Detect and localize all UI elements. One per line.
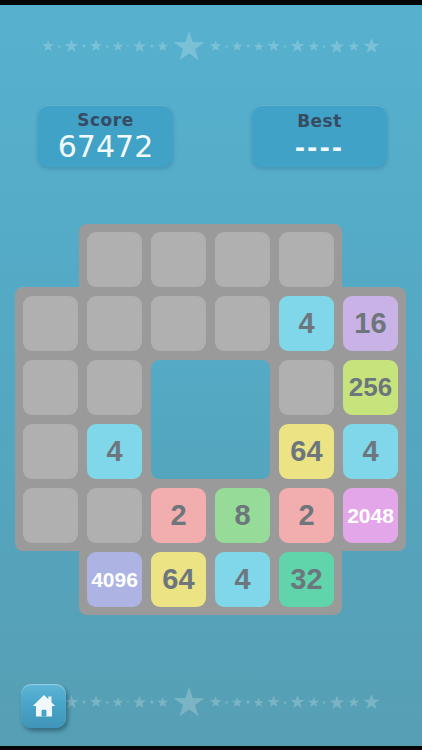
- tile-2: 2: [279, 488, 334, 543]
- star-icon: ★: [171, 682, 207, 722]
- star-icon: ★: [89, 38, 103, 54]
- home-icon: [30, 692, 58, 720]
- absent-cell: [343, 232, 398, 287]
- star-icon: ★: [245, 43, 250, 49]
- empty-cell: [87, 296, 142, 351]
- best-label: Best: [297, 111, 342, 131]
- star-icon: ★: [362, 692, 381, 713]
- tile-2048: 2048: [343, 488, 398, 543]
- star-icon: ★: [63, 37, 79, 55]
- star-icon: ★: [322, 700, 326, 705]
- tile-4: 4: [279, 296, 334, 351]
- absent-cell: [215, 360, 270, 415]
- star-icon: ★: [156, 695, 169, 709]
- star-icon: ★: [132, 38, 147, 55]
- star-icon: ★: [149, 699, 154, 705]
- tile-32: 32: [279, 552, 334, 607]
- star-icon: ★: [81, 43, 86, 49]
- star-icon: ★: [322, 44, 326, 49]
- star-icon: ★: [171, 26, 207, 66]
- tile-64: 64: [279, 424, 334, 479]
- empty-cell: [215, 296, 270, 351]
- absent-cell: [23, 232, 78, 287]
- star-icon: ★: [231, 39, 244, 53]
- star-icon: ★: [253, 40, 265, 53]
- empty-cell: [23, 360, 78, 415]
- app-screen: ★★★★★★★★★★★★★★★★★★★★★★★★★ Score 67472 Be…: [0, 0, 422, 750]
- tile-64: 64: [151, 552, 206, 607]
- star-icon: ★: [347, 695, 360, 709]
- top-star-band: ★★★★★★★★★★★★★★★★★★★★★★★★★: [0, 24, 422, 68]
- star-icon: ★: [149, 43, 154, 49]
- star-icon: ★: [328, 693, 345, 712]
- best-box: Best ----: [252, 105, 387, 167]
- empty-cell: [87, 360, 142, 415]
- score-box: Score 67472: [38, 105, 173, 167]
- tile-8: 8: [215, 488, 270, 543]
- star-icon: ★: [224, 700, 228, 705]
- bottom-status-bar: [0, 746, 422, 750]
- star-icon: ★: [224, 44, 228, 49]
- tile-2: 2: [151, 488, 206, 543]
- empty-cell: [23, 424, 78, 479]
- star-icon: ★: [112, 695, 125, 709]
- star-icon: ★: [209, 695, 222, 710]
- star-icon: ★: [347, 39, 360, 53]
- empty-cell: [151, 232, 206, 287]
- empty-cell: [87, 232, 142, 287]
- star-icon: ★: [362, 36, 381, 57]
- star-icon: ★: [245, 699, 250, 705]
- star-icon: ★: [283, 700, 287, 705]
- star-icon: ★: [283, 44, 287, 49]
- star-icon: ★: [328, 37, 345, 56]
- empty-cell: [151, 296, 206, 351]
- star-icon: ★: [231, 695, 244, 709]
- score-label: Score: [77, 110, 133, 130]
- empty-cell: [279, 360, 334, 415]
- star-icon: ★: [156, 39, 169, 53]
- empty-cell: [279, 232, 334, 287]
- star-icon: ★: [209, 39, 222, 54]
- star-icon: ★: [126, 44, 130, 48]
- star-icon: ★: [266, 38, 280, 54]
- empty-cell: [23, 296, 78, 351]
- tile-4: 4: [87, 424, 142, 479]
- tile-256: 256: [343, 360, 398, 415]
- absent-cell: [23, 552, 78, 607]
- star-icon: ★: [126, 700, 130, 704]
- empty-cell: [23, 488, 78, 543]
- star-icon: ★: [89, 694, 103, 710]
- game-board[interactable]: 41625646442822048409664432: [15, 224, 406, 615]
- star-icon: ★: [307, 39, 320, 53]
- empty-cell: [87, 488, 142, 543]
- score-value: 67472: [58, 131, 153, 163]
- star-icon: ★: [57, 44, 61, 49]
- star-icon: ★: [289, 37, 305, 55]
- top-status-bar: [0, 0, 422, 5]
- empty-cell: [215, 232, 270, 287]
- star-icon: ★: [253, 696, 265, 709]
- best-value: ----: [295, 135, 345, 161]
- star-icon: ★: [289, 693, 305, 711]
- star-icon: ★: [307, 695, 320, 709]
- absent-cell: [151, 360, 206, 415]
- star-icon: ★: [105, 700, 109, 705]
- star-icon: ★: [41, 39, 54, 54]
- star-icon: ★: [132, 694, 147, 711]
- absent-cell: [215, 424, 270, 479]
- star-icon: ★: [105, 44, 109, 49]
- board-cells: 41625646442822048409664432: [23, 232, 398, 607]
- star-icon: ★: [112, 39, 125, 53]
- star-icon: ★: [81, 699, 86, 705]
- absent-cell: [151, 424, 206, 479]
- tile-16: 16: [343, 296, 398, 351]
- tile-4096: 4096: [87, 552, 142, 607]
- home-button[interactable]: [21, 684, 66, 728]
- tile-4: 4: [343, 424, 398, 479]
- tile-4: 4: [215, 552, 270, 607]
- absent-cell: [343, 552, 398, 607]
- star-icon: ★: [266, 694, 280, 710]
